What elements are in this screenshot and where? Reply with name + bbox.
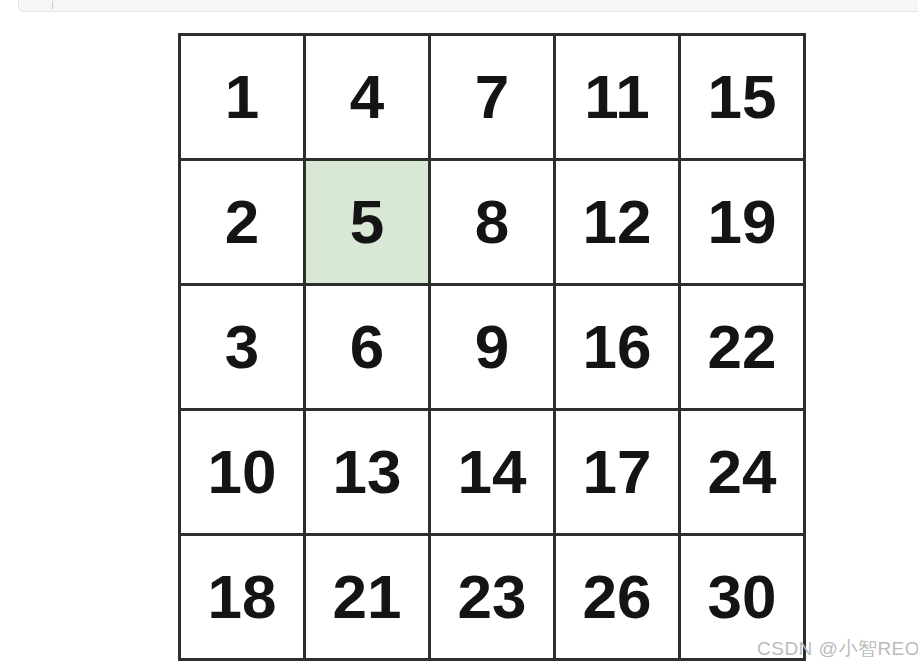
grid-cell-r2c3: 16 [556, 286, 678, 408]
grid-cell-r3c4: 24 [681, 411, 803, 533]
page: 1471115258121936916221013141724182123263… [0, 0, 918, 666]
grid-cell-r2c0: 3 [181, 286, 303, 408]
grid-cell-r3c1: 13 [306, 411, 428, 533]
grid-cell-r2c4: 22 [681, 286, 803, 408]
grid-cell-r2c2: 9 [431, 286, 553, 408]
grid-cell-r4c2: 23 [431, 536, 553, 658]
grid-cell-r1c0: 2 [181, 161, 303, 283]
grid-cell-r4c3: 26 [556, 536, 678, 658]
grid-cell-r1c2: 8 [431, 161, 553, 283]
grid-cell-r1c3: 12 [556, 161, 678, 283]
grid-cell-r4c1: 21 [306, 536, 428, 658]
grid-cell-r3c0: 10 [181, 411, 303, 533]
matrix-grid: 1471115258121936916221013141724182123263… [178, 33, 806, 661]
csdn-watermark: CSDN @小智REO [757, 636, 918, 662]
grid-cell-r3c3: 17 [556, 411, 678, 533]
grid-cell-r4c0: 18 [181, 536, 303, 658]
grid-cell-r0c0: 1 [181, 36, 303, 158]
grid-cell-r2c1: 6 [306, 286, 428, 408]
grid-cell-r0c2: 7 [431, 36, 553, 158]
grid-cell-r0c4: 15 [681, 36, 803, 158]
code-block-bottom-strip [18, 0, 918, 12]
grid-cell-r1c1: 5 [306, 161, 428, 283]
grid-cell-r1c4: 19 [681, 161, 803, 283]
grid-cell-r0c1: 4 [306, 36, 428, 158]
caret-tick [52, 1, 53, 9]
grid-cell-r0c3: 11 [556, 36, 678, 158]
grid-cell-r3c2: 14 [431, 411, 553, 533]
